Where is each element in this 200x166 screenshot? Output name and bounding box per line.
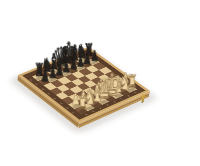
chess-board: abcdefgh87654321 ♜♞♝♛♚♝♞♜♟♟♟♟♟♟♟♟♟♟♟♟♟♟♟… (18, 47, 150, 123)
product-photo-scene: abcdefgh87654321 ♜♞♝♛♚♝♞♜♟♟♟♟♟♟♟♟♟♟♟♟♟♟♟… (0, 0, 200, 166)
black-pawn-glyph: ♟ (41, 69, 50, 83)
white-rook-glyph: ♜ (77, 95, 88, 112)
